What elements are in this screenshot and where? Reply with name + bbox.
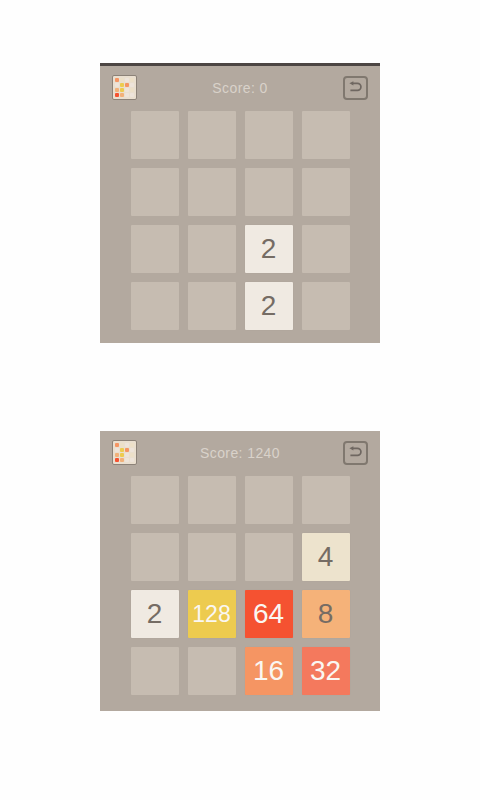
empty-cell: [302, 225, 350, 273]
game-board-1[interactable]: Score: 0 22: [100, 63, 380, 343]
page-background: { "game": "2048", "position": { "board_1…: [0, 0, 480, 800]
empty-cell: [188, 168, 236, 216]
tile-64: 64: [245, 590, 293, 638]
undo-button[interactable]: [343, 441, 368, 465]
score-label: Score: 1240: [100, 445, 380, 461]
empty-cell: [131, 225, 179, 273]
empty-cell: [131, 282, 179, 330]
empty-cell: [302, 168, 350, 216]
undo-button[interactable]: [343, 76, 368, 100]
empty-cell: [245, 168, 293, 216]
undo-arrow-icon: [348, 81, 363, 94]
board-2-header: Score: 1240: [100, 431, 380, 474]
game-board-2[interactable]: Score: 1240 421286481632: [100, 431, 380, 711]
empty-cell: [245, 533, 293, 581]
empty-cell: [188, 476, 236, 524]
tile-32: 32: [302, 647, 350, 695]
empty-cell: [302, 282, 350, 330]
board-1-header: Score: 0: [100, 66, 380, 109]
tile-4: 4: [302, 533, 350, 581]
empty-cell: [188, 533, 236, 581]
score-label: Score: 0: [100, 80, 380, 96]
empty-cell: [245, 111, 293, 159]
mini-2048-grid-icon: [112, 75, 137, 100]
undo-arrow-icon: [348, 446, 363, 459]
mini-2048-grid-icon: [112, 440, 137, 465]
empty-cell: [188, 647, 236, 695]
empty-cell: [131, 168, 179, 216]
empty-cell: [188, 225, 236, 273]
tile-16: 16: [245, 647, 293, 695]
tile-2: 2: [131, 590, 179, 638]
empty-cell: [188, 282, 236, 330]
empty-cell: [302, 111, 350, 159]
empty-cell: [131, 533, 179, 581]
empty-cell: [302, 476, 350, 524]
empty-cell: [188, 111, 236, 159]
tile-128: 128: [188, 590, 236, 638]
empty-cell: [245, 476, 293, 524]
empty-cell: [131, 476, 179, 524]
tile-2: 2: [245, 282, 293, 330]
tile-8: 8: [302, 590, 350, 638]
empty-cell: [131, 647, 179, 695]
tile-grid-1[interactable]: 22: [100, 111, 380, 330]
empty-cell: [131, 111, 179, 159]
tile-2: 2: [245, 225, 293, 273]
tile-grid-2[interactable]: 421286481632: [100, 476, 380, 695]
